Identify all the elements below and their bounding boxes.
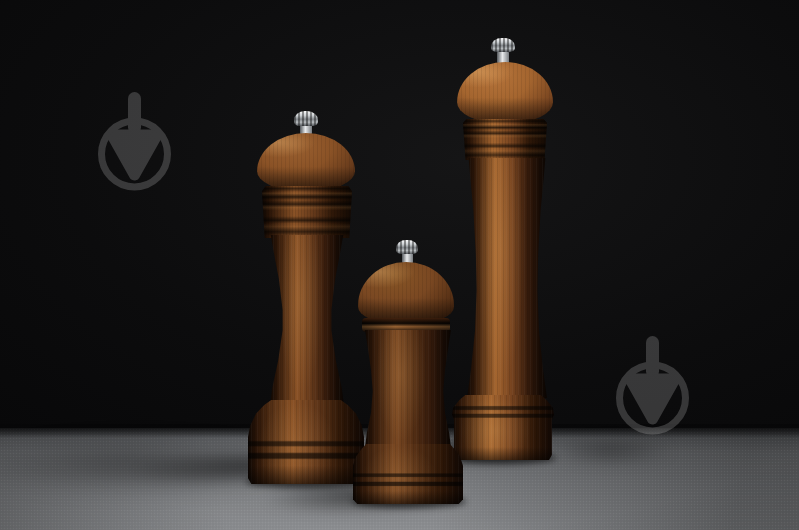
pepper-mill-small (350, 238, 466, 506)
mill-groove-ring (362, 318, 450, 332)
mill-base (353, 444, 463, 504)
mill-body (467, 158, 547, 398)
pepper-mill-medium (246, 108, 366, 486)
mill-cap (358, 262, 454, 324)
mill-body (270, 235, 344, 405)
finial-knob (396, 240, 418, 254)
mill-base (248, 400, 364, 484)
finial-knob (491, 38, 515, 52)
cast-shadow-tall-mill-right (545, 438, 675, 464)
photo-stage (0, 0, 799, 530)
mill-base (452, 395, 554, 460)
mill-collar-rings (463, 119, 547, 160)
mill-collar-rings (262, 186, 352, 238)
mill-cap (457, 62, 553, 123)
finial-knob (294, 111, 318, 126)
mill-cap (257, 133, 355, 191)
mill-body (365, 330, 451, 448)
